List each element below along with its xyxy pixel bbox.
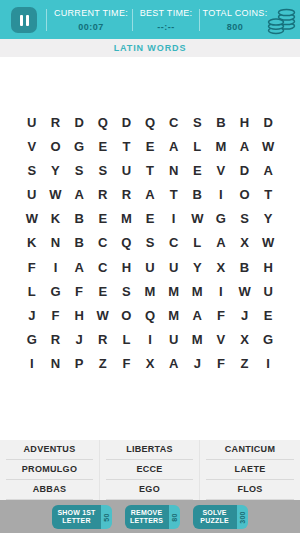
coin-stack-icon xyxy=(267,5,296,36)
grid-cell-r3c10[interactable]: D xyxy=(233,158,257,182)
grid-cell-r1c4[interactable]: Q xyxy=(91,110,115,134)
grid-cell-r7c11[interactable]: H xyxy=(256,255,280,279)
coin-cost-tab: 80 xyxy=(169,505,180,529)
grid-cell-r2c6[interactable]: E xyxy=(138,134,162,158)
grid-cell-r2c5[interactable]: T xyxy=(115,134,139,158)
action-button-label-line: SHOW 1ST xyxy=(57,509,95,517)
grid-cell-r2c8[interactable]: L xyxy=(185,134,209,158)
grid-cell-r8c10[interactable]: W xyxy=(233,279,257,303)
grid-cell-r6c5[interactable]: Q xyxy=(115,231,139,255)
grid-cell-r11c8[interactable]: J xyxy=(185,352,209,376)
grid-cell-r3c5[interactable]: U xyxy=(115,158,139,182)
grid-cell-r7c9[interactable]: X xyxy=(209,255,233,279)
coin-cost-value: 80 xyxy=(171,513,178,521)
grid-cell-r1c5[interactable]: D xyxy=(115,110,139,134)
grid-cell-r11c5[interactable]: F xyxy=(115,352,139,376)
divider xyxy=(46,9,47,31)
grid-cell-r10c5[interactable]: L xyxy=(115,328,139,352)
word-label: PROMULGO xyxy=(6,460,93,480)
grid-cell-r6c1[interactable]: K xyxy=(20,231,44,255)
word-list-item-abbas: ABBAS xyxy=(0,480,100,500)
grid-cell-r10c10[interactable]: X xyxy=(233,328,257,352)
action-bar: SHOW 1STLETTER50REMOVELETTERS80SOLVEPUZZ… xyxy=(0,500,300,533)
grid-cell-r7c3[interactable]: A xyxy=(67,255,91,279)
grid-cell-r10c3[interactable]: J xyxy=(67,328,91,352)
word-list-item-ego: EGO xyxy=(100,480,200,500)
grid-cell-r8c8[interactable]: M xyxy=(185,279,209,303)
grid-cell-r8c5[interactable]: S xyxy=(115,279,139,303)
divider xyxy=(199,9,200,31)
grid-cell-r7c1[interactable]: F xyxy=(20,255,44,279)
grid-cell-r9c7[interactable]: M xyxy=(162,303,186,327)
pause-button[interactable] xyxy=(11,7,37,33)
grid-cell-r9c4[interactable]: W xyxy=(91,303,115,327)
grid-cell-r6c3[interactable]: B xyxy=(67,231,91,255)
grid-cell-r4c4[interactable]: R xyxy=(91,183,115,207)
remove-letters-button[interactable]: REMOVELETTERS80 xyxy=(125,505,180,529)
grid-cell-r2c3[interactable]: G xyxy=(67,134,91,158)
grid-cell-r8c4[interactable]: E xyxy=(91,279,115,303)
total-coins-label: TOTAL COINS: xyxy=(201,8,269,18)
grid-cell-r7c2[interactable]: I xyxy=(44,255,68,279)
word-label: ADVENTUS xyxy=(6,440,93,460)
current-time-label: CURRENT TIME: xyxy=(48,8,134,18)
grid-cell-r10c4[interactable]: R xyxy=(91,328,115,352)
grid-cell-r1c7[interactable]: C xyxy=(162,110,186,134)
grid-cell-r3c3[interactable]: S xyxy=(67,158,91,182)
grid-cell-r2c1[interactable]: V xyxy=(20,134,44,158)
grid-cell-r2c7[interactable]: A xyxy=(162,134,186,158)
grid-cell-r4c5[interactable]: R xyxy=(115,183,139,207)
grid-cell-r9c3[interactable]: H xyxy=(67,303,91,327)
word-list-item-promulgo: PROMULGO xyxy=(0,460,100,480)
grid-cell-r5c9[interactable]: G xyxy=(209,207,233,231)
pause-icon xyxy=(20,15,23,26)
grid-cell-r4c7[interactable]: T xyxy=(162,183,186,207)
grid-cell-r9c10[interactable]: J xyxy=(233,303,257,327)
word-label: ABBAS xyxy=(6,480,93,500)
action-button-label: REMOVELETTERS xyxy=(125,505,169,529)
word-list-item-adventus: ADVENTUS xyxy=(0,440,100,460)
grid-cell-r4c3[interactable]: A xyxy=(67,183,91,207)
grid-cell-r4c9[interactable]: I xyxy=(209,183,233,207)
grid-cell-r9c9[interactable]: F xyxy=(209,303,233,327)
grid-cell-r10c1[interactable]: G xyxy=(20,328,44,352)
grid-cell-r5c4[interactable]: E xyxy=(91,207,115,231)
action-button-label-line: PUZZLE xyxy=(200,517,228,525)
grid-cell-r2c2[interactable]: O xyxy=(44,134,68,158)
grid-cell-r3c9[interactable]: V xyxy=(209,158,233,182)
grid-cell-r3c6[interactable]: T xyxy=(138,158,162,182)
grid-cell-r7c7[interactable]: U xyxy=(162,255,186,279)
grid-cell-r4c2[interactable]: W xyxy=(44,183,68,207)
grid-cell-r2c9[interactable]: M xyxy=(209,134,233,158)
grid-cell-r11c7[interactable]: A xyxy=(162,352,186,376)
grid-cell-r1c6[interactable]: Q xyxy=(138,110,162,134)
divider xyxy=(132,9,133,31)
grid-cell-r1c8[interactable]: S xyxy=(185,110,209,134)
grid-cell-r5c10[interactable]: S xyxy=(233,207,257,231)
total-coins-value: 800 xyxy=(201,22,269,32)
show-1st-letter-button[interactable]: SHOW 1STLETTER50 xyxy=(52,505,111,529)
grid-cell-r8c3[interactable]: F xyxy=(67,279,91,303)
grid-cell-r6c9[interactable]: A xyxy=(209,231,233,255)
grid-cell-r9c2[interactable]: F xyxy=(44,303,68,327)
current-time-value: 00:07 xyxy=(48,22,134,32)
pause-icon xyxy=(26,15,29,26)
word-label: FLOS xyxy=(206,480,294,500)
grid-cell-r1c10[interactable]: H xyxy=(233,110,257,134)
status-bar: CURRENT TIME: 00:07 BEST TIME: --:-- TOT… xyxy=(0,0,300,39)
action-button-label-line: REMOVE xyxy=(131,509,163,517)
grid-cell-r8c9[interactable]: I xyxy=(209,279,233,303)
grid-cell-r5c2[interactable]: K xyxy=(44,207,68,231)
action-button-label-line: SOLVE xyxy=(202,509,226,517)
letter-grid: URDQDQCSBHDVOGETEALMAWSYSSUTNEVDAUWARRAT… xyxy=(20,110,280,376)
grid-cell-r3c1[interactable]: S xyxy=(20,158,44,182)
best-time-label: BEST TIME: xyxy=(134,8,198,18)
grid-cell-r11c1[interactable]: I xyxy=(20,352,44,376)
word-label: LIBERTAS xyxy=(106,440,193,460)
grid-cell-r10c2[interactable]: R xyxy=(44,328,68,352)
grid-cell-r7c6[interactable]: U xyxy=(138,255,162,279)
grid-cell-r4c10[interactable]: O xyxy=(233,183,257,207)
grid-cell-r7c4[interactable]: C xyxy=(91,255,115,279)
grid-cell-r4c11[interactable]: T xyxy=(256,183,280,207)
grid-cell-r6c4[interactable]: C xyxy=(91,231,115,255)
coin-cost-tab: 300 xyxy=(237,505,248,529)
grid-cell-r8c2[interactable]: G xyxy=(44,279,68,303)
grid-cell-r6c8[interactable]: L xyxy=(185,231,209,255)
coin-cost-value: 300 xyxy=(239,511,246,524)
word-label: ECCE xyxy=(106,460,193,480)
grid-cell-r1c2[interactable]: R xyxy=(44,110,68,134)
word-label: EGO xyxy=(106,480,193,500)
grid-cell-r11c4[interactable]: Z xyxy=(91,352,115,376)
grid-cell-r3c8[interactable]: E xyxy=(185,158,209,182)
action-button-label: SOLVEPUZZLE xyxy=(193,505,237,529)
coin-cost-value: 50 xyxy=(103,513,110,521)
grid-cell-r10c8[interactable]: M xyxy=(185,328,209,352)
puzzle-title: LATIN WORDS xyxy=(114,43,187,53)
grid-cell-r11c2[interactable]: N xyxy=(44,352,68,376)
grid-cell-r11c6[interactable]: X xyxy=(138,352,162,376)
grid-cell-r5c8[interactable]: W xyxy=(185,207,209,231)
grid-cell-r4c1[interactable]: U xyxy=(20,183,44,207)
grid-cell-r3c4[interactable]: S xyxy=(91,158,115,182)
grid-cell-r11c10[interactable]: Z xyxy=(233,352,257,376)
coin-cost-tab: 50 xyxy=(101,505,112,529)
grid-cell-r11c3[interactable]: P xyxy=(67,352,91,376)
grid-cell-r8c7[interactable]: M xyxy=(162,279,186,303)
word-list-item-libertas: LIBERTAS xyxy=(100,440,200,460)
word-label: LAETE xyxy=(206,460,294,480)
grid-cell-r9c6[interactable]: Q xyxy=(138,303,162,327)
word-label: CANTICUM xyxy=(206,440,294,460)
grid-cell-r1c11[interactable]: D xyxy=(256,110,280,134)
grid-cell-r8c1[interactable]: L xyxy=(20,279,44,303)
grid-cell-r5c6[interactable]: E xyxy=(138,207,162,231)
grid-cell-r9c1[interactable]: J xyxy=(20,303,44,327)
word-list-item-laete: LAETE xyxy=(200,460,300,480)
grid-cell-r9c8[interactable]: A xyxy=(185,303,209,327)
grid-cell-r5c11[interactable]: Y xyxy=(256,207,280,231)
grid-cell-r10c7[interactable]: U xyxy=(162,328,186,352)
grid-cell-r6c2[interactable]: N xyxy=(44,231,68,255)
grid-cell-r6c7[interactable]: C xyxy=(162,231,186,255)
grid-cell-r6c10[interactable]: X xyxy=(233,231,257,255)
best-time-value: --:-- xyxy=(134,22,198,32)
grid-cell-r3c11[interactable]: A xyxy=(256,158,280,182)
grid-cell-r4c6[interactable]: A xyxy=(138,183,162,207)
grid-cell-r2c4[interactable]: E xyxy=(91,134,115,158)
puzzle-title-band: LATIN WORDS xyxy=(0,39,300,57)
word-list: ADVENTUSLIBERTASCANTICUMPROMULGOECCELAET… xyxy=(0,440,300,500)
grid-cell-r8c11[interactable]: U xyxy=(256,279,280,303)
grid-cell-r5c5[interactable]: M xyxy=(115,207,139,231)
grid-cell-r6c6[interactable]: S xyxy=(138,231,162,255)
grid-cell-r7c5[interactable]: H xyxy=(115,255,139,279)
grid-cell-r1c1[interactable]: U xyxy=(20,110,44,134)
grid-cell-r2c11[interactable]: W xyxy=(256,134,280,158)
grid-cell-r10c6[interactable]: I xyxy=(138,328,162,352)
grid-cell-r5c1[interactable]: W xyxy=(20,207,44,231)
grid-cell-r5c7[interactable]: I xyxy=(162,207,186,231)
grid-cell-r7c8[interactable]: Y xyxy=(185,255,209,279)
word-list-item-ecce: ECCE xyxy=(100,460,200,480)
grid-cell-r11c11[interactable]: I xyxy=(256,352,280,376)
grid-cell-r9c11[interactable]: E xyxy=(256,303,280,327)
grid-cell-r1c3[interactable]: D xyxy=(67,110,91,134)
grid-cell-r2c10[interactable]: A xyxy=(233,134,257,158)
solve-puzzle-button[interactable]: SOLVEPUZZLE300 xyxy=(193,505,248,529)
grid-cell-r6c11[interactable]: W xyxy=(256,231,280,255)
grid-cell-r3c2[interactable]: Y xyxy=(44,158,68,182)
grid-cell-r5c3[interactable]: B xyxy=(67,207,91,231)
grid-cell-r3c7[interactable]: N xyxy=(162,158,186,182)
action-button-label: SHOW 1STLETTER xyxy=(52,505,100,529)
action-button-label-line: LETTERS xyxy=(130,517,163,525)
grid-cell-r10c11[interactable]: G xyxy=(256,328,280,352)
action-button-label-line: LETTER xyxy=(62,517,90,525)
word-list-item-canticum: CANTICUM xyxy=(200,440,300,460)
grid-cell-r8c6[interactable]: M xyxy=(138,279,162,303)
grid-cell-r9c5[interactable]: O xyxy=(115,303,139,327)
grid-cell-r11c9[interactable]: F xyxy=(209,352,233,376)
grid-cell-r1c9[interactable]: B xyxy=(209,110,233,134)
grid-cell-r4c8[interactable]: B xyxy=(185,183,209,207)
grid-cell-r10c9[interactable]: V xyxy=(209,328,233,352)
grid-cell-r7c10[interactable]: B xyxy=(233,255,257,279)
word-list-item-flos: FLOS xyxy=(200,480,300,500)
